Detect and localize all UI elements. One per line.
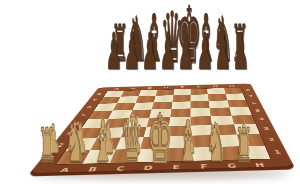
- rank-label: 7: [91, 99, 97, 102]
- rank-label: 1: [273, 149, 282, 154]
- rank-label: 1: [46, 155, 56, 161]
- square-d2: [140, 136, 167, 148]
- rank-label: 4: [258, 117, 265, 121]
- square-f1: [190, 147, 217, 161]
- square-f3: [190, 125, 213, 136]
- rank-label: 8: [96, 93, 102, 95]
- square-f2: [190, 135, 215, 147]
- square-e1: [163, 147, 190, 161]
- rank-label: 6: [251, 102, 257, 105]
- file-label: F: [200, 163, 208, 170]
- square-g2: [213, 135, 239, 147]
- rank-label: 4: [73, 122, 81, 126]
- rank-label: 2: [56, 143, 65, 148]
- square-d1: [136, 148, 165, 162]
- rank-label: 3: [263, 127, 270, 131]
- file-label: E: [172, 163, 180, 170]
- chess-board: ABCDEFGH 87654321 87654321 ABCDEFGH: [27, 83, 296, 176]
- board-scene: ABCDEFGH 87654321 87654321 ABCDEFGH: [0, 0, 300, 184]
- square-e2: [165, 136, 190, 148]
- square-g1: [215, 146, 244, 160]
- file-label: D: [143, 164, 153, 171]
- square-e3: [167, 126, 190, 137]
- square-d3: [144, 126, 169, 137]
- rank-label: 6: [86, 106, 93, 109]
- file-label: H: [254, 161, 265, 168]
- file-label: C: [115, 165, 125, 172]
- file-label: B: [87, 166, 99, 173]
- frame-corner: [271, 159, 296, 170]
- rank-label: 5: [255, 109, 261, 112]
- file-label: G: [227, 162, 237, 169]
- square-h3: [234, 124, 260, 135]
- board-squares: [55, 88, 272, 165]
- rank-label: 2: [268, 137, 276, 142]
- rank-label: 8: [245, 89, 250, 91]
- rank-label: 3: [65, 132, 74, 136]
- square-g3: [212, 124, 237, 135]
- file-label: A: [58, 166, 71, 173]
- rank-label: 5: [80, 114, 87, 117]
- rank-label: 7: [248, 95, 254, 98]
